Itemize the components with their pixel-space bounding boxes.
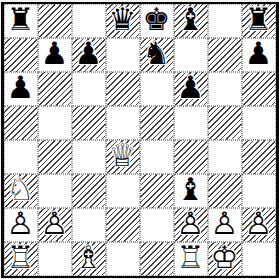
square-e2[interactable]: [140, 208, 174, 242]
square-h3[interactable]: [242, 174, 276, 208]
square-c8[interactable]: [72, 4, 106, 38]
square-a3[interactable]: ♞♘: [4, 174, 38, 208]
square-f1[interactable]: ♜♖: [174, 242, 208, 276]
square-e6[interactable]: [140, 72, 174, 106]
square-b8[interactable]: [38, 4, 72, 38]
piece-black-pawn: ♟: [72, 38, 106, 72]
white-king-outline-icon: ♔: [211, 242, 239, 273]
piece-black-rook: ♜: [4, 4, 38, 38]
square-b7[interactable]: ♟: [38, 38, 72, 72]
square-h2[interactable]: ♟♙: [242, 208, 276, 242]
square-e7[interactable]: ♞: [140, 38, 174, 72]
square-g7[interactable]: [208, 38, 242, 72]
black-bishop-icon: ♝: [177, 174, 205, 205]
square-e3[interactable]: [140, 174, 174, 208]
piece-white-queen: ♛♕: [106, 140, 140, 174]
square-d8[interactable]: ♛: [106, 4, 140, 38]
square-g6[interactable]: [208, 72, 242, 106]
square-f5[interactable]: [174, 106, 208, 140]
square-h6[interactable]: [242, 72, 276, 106]
square-b6[interactable]: [38, 72, 72, 106]
square-c4[interactable]: [72, 140, 106, 174]
piece-black-pawn: ♟: [38, 38, 72, 72]
piece-black-rook: ♜: [242, 4, 276, 38]
square-c5[interactable]: [72, 106, 106, 140]
square-e4[interactable]: [140, 140, 174, 174]
black-knight-icon: ♞: [143, 38, 171, 69]
square-g1[interactable]: ♚♔: [208, 242, 242, 276]
square-f3[interactable]: ♝: [174, 174, 208, 208]
square-d1[interactable]: [106, 242, 140, 276]
piece-black-king: ♚: [140, 4, 174, 38]
piece-white-rook: ♜♖: [174, 242, 208, 276]
chess-diagram: ♜♛♚♝♜♟♟♞♟♟♟♛♕♞♘♝♟♙♟♙♟♙♟♙♟♙♜♖♝♗♜♖♚♔: [0, 0, 279, 279]
square-g2[interactable]: ♟♙: [208, 208, 242, 242]
black-bishop-icon: ♝: [177, 4, 205, 35]
piece-white-pawn: ♟♙: [38, 208, 72, 242]
square-a6[interactable]: ♟: [4, 72, 38, 106]
square-f6[interactable]: ♟: [174, 72, 208, 106]
square-a1[interactable]: ♜♖: [4, 242, 38, 276]
square-f2[interactable]: ♟♙: [174, 208, 208, 242]
square-c7[interactable]: ♟: [72, 38, 106, 72]
square-b2[interactable]: ♟♙: [38, 208, 72, 242]
square-f4[interactable]: [174, 140, 208, 174]
square-a8[interactable]: ♜: [4, 4, 38, 38]
piece-white-pawn: ♟♙: [242, 208, 276, 242]
square-d7[interactable]: [106, 38, 140, 72]
white-pawn-outline-icon: ♙: [211, 208, 239, 239]
black-pawn-icon: ♟: [177, 72, 205, 103]
black-queen-icon: ♛: [109, 4, 137, 35]
white-bishop-outline-icon: ♗: [75, 242, 103, 273]
square-c3[interactable]: [72, 174, 106, 208]
white-knight-outline-icon: ♘: [7, 174, 35, 205]
square-a4[interactable]: [4, 140, 38, 174]
square-h7[interactable]: ♟: [242, 38, 276, 72]
square-a5[interactable]: [4, 106, 38, 140]
square-h1[interactable]: [242, 242, 276, 276]
square-e5[interactable]: [140, 106, 174, 140]
piece-black-pawn: ♟: [4, 72, 38, 106]
piece-black-bishop: ♝: [174, 4, 208, 38]
square-b5[interactable]: [38, 106, 72, 140]
piece-black-pawn: ♟: [174, 72, 208, 106]
square-a2[interactable]: ♟♙: [4, 208, 38, 242]
white-rook-outline-icon: ♖: [177, 242, 205, 273]
square-c6[interactable]: [72, 72, 106, 106]
piece-white-bishop: ♝♗: [72, 242, 106, 276]
white-queen-outline-icon: ♕: [109, 140, 137, 171]
square-f7[interactable]: [174, 38, 208, 72]
square-e8[interactable]: ♚: [140, 4, 174, 38]
square-g4[interactable]: [208, 140, 242, 174]
board-frame: ♜♛♚♝♜♟♟♞♟♟♟♛♕♞♘♝♟♙♟♙♟♙♟♙♟♙♜♖♝♗♜♖♚♔: [1, 2, 279, 278]
square-c1[interactable]: ♝♗: [72, 242, 106, 276]
square-d3[interactable]: [106, 174, 140, 208]
piece-white-knight: ♞♘: [4, 174, 38, 208]
piece-white-rook: ♜♖: [4, 242, 38, 276]
piece-black-pawn: ♟: [242, 38, 276, 72]
square-h4[interactable]: [242, 140, 276, 174]
square-h5[interactable]: [242, 106, 276, 140]
square-f8[interactable]: ♝: [174, 4, 208, 38]
square-d2[interactable]: [106, 208, 140, 242]
square-d4[interactable]: ♛♕: [106, 140, 140, 174]
square-a7[interactable]: [4, 38, 38, 72]
white-pawn-outline-icon: ♙: [41, 208, 69, 239]
piece-white-pawn: ♟♙: [4, 208, 38, 242]
white-pawn-outline-icon: ♙: [245, 208, 273, 239]
square-g5[interactable]: [208, 106, 242, 140]
black-pawn-icon: ♟: [7, 72, 35, 103]
square-g3[interactable]: [208, 174, 242, 208]
square-d6[interactable]: [106, 72, 140, 106]
piece-black-knight: ♞: [140, 38, 174, 72]
square-e1[interactable]: [140, 242, 174, 276]
black-pawn-icon: ♟: [245, 38, 273, 69]
square-b4[interactable]: [38, 140, 72, 174]
black-rook-icon: ♜: [7, 4, 35, 35]
square-c2[interactable]: [72, 208, 106, 242]
black-pawn-icon: ♟: [75, 38, 103, 69]
white-pawn-outline-icon: ♙: [177, 208, 205, 239]
white-pawn-outline-icon: ♙: [7, 208, 35, 239]
piece-white-pawn: ♟♙: [174, 208, 208, 242]
black-rook-icon: ♜: [245, 4, 273, 35]
piece-white-pawn: ♟♙: [208, 208, 242, 242]
square-b3[interactable]: [38, 174, 72, 208]
piece-black-bishop: ♝: [174, 174, 208, 208]
square-d5[interactable]: [106, 106, 140, 140]
square-g8[interactable]: [208, 4, 242, 38]
black-king-icon: ♚: [143, 4, 171, 35]
piece-black-queen: ♛: [106, 4, 140, 38]
square-h8[interactable]: ♜: [242, 4, 276, 38]
square-b1[interactable]: [38, 242, 72, 276]
black-pawn-icon: ♟: [41, 38, 69, 69]
white-rook-outline-icon: ♖: [7, 242, 35, 273]
piece-white-king: ♚♔: [208, 242, 242, 276]
chess-board: ♜♛♚♝♜♟♟♞♟♟♟♛♕♞♘♝♟♙♟♙♟♙♟♙♟♙♜♖♝♗♜♖♚♔: [4, 4, 276, 276]
